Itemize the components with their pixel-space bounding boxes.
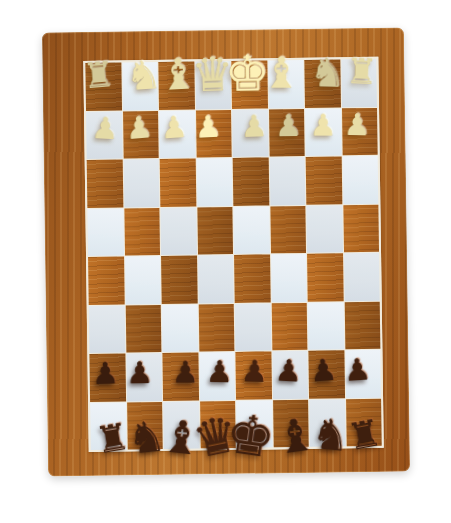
piece-white-pawn[interactable]: ♟ — [91, 113, 120, 144]
square-r3c3[interactable] — [160, 158, 196, 206]
piece-white-pawn[interactable]: ♟ — [309, 111, 336, 141]
square-r6c2[interactable] — [125, 304, 161, 352]
square-r7c7[interactable]: ♟ — [308, 350, 344, 398]
piece-white-pawn[interactable]: ♟ — [160, 112, 189, 144]
square-r4c4[interactable] — [197, 206, 233, 254]
square-r7c6[interactable]: ♟ — [272, 351, 308, 399]
square-r6c8[interactable] — [344, 301, 380, 349]
square-r4c6[interactable] — [270, 205, 306, 253]
piece-black-pawn[interactable]: ♟ — [240, 356, 268, 387]
square-r5c6[interactable] — [271, 254, 307, 302]
square-r8c6[interactable]: ♝ — [273, 399, 309, 447]
square-r7c1[interactable]: ♟ — [89, 353, 125, 401]
square-r2c5[interactable]: ♟ — [232, 109, 268, 157]
square-r5c2[interactable] — [125, 256, 161, 304]
piece-white-knight[interactable]: ♞ — [125, 54, 163, 96]
square-r1c1[interactable]: ♜ — [85, 62, 121, 110]
piece-white-pawn[interactable]: ♟ — [275, 111, 302, 141]
square-r4c7[interactable] — [306, 205, 342, 253]
square-r2c4[interactable]: ♟ — [196, 109, 232, 157]
square-r3c5[interactable] — [233, 157, 269, 205]
piece-black-pawn[interactable]: ♟ — [343, 354, 372, 386]
piece-white-pawn[interactable]: ♟ — [344, 110, 372, 141]
piece-white-pawn[interactable]: ♟ — [240, 111, 268, 142]
square-r7c2[interactable]: ♟ — [126, 353, 162, 401]
square-r5c5[interactable] — [234, 254, 270, 302]
piece-white-rook[interactable]: ♜ — [81, 57, 115, 95]
square-r5c4[interactable] — [198, 255, 234, 303]
square-r4c1[interactable] — [87, 208, 123, 256]
piece-white-rook[interactable]: ♜ — [345, 54, 378, 90]
piece-white-pawn[interactable]: ♟ — [125, 112, 154, 144]
chess-set-photo: ♜♞♝♛♚♝♞♜♟♟♟♟♟♟♟♟♟♟♟♟♟♟♟♟♜♞♝♛♚♝♞♜ — [0, 0, 451, 523]
square-r5c8[interactable] — [344, 253, 380, 301]
square-r3c7[interactable] — [306, 156, 342, 204]
square-r8c2[interactable]: ♞ — [127, 401, 163, 449]
piece-black-pawn[interactable]: ♟ — [92, 358, 120, 389]
piece-black-king[interactable]: ♚ — [223, 407, 279, 467]
square-r7c5[interactable]: ♟ — [235, 351, 271, 399]
piece-white-pawn[interactable]: ♟ — [194, 112, 222, 143]
piece-black-pawn[interactable]: ♟ — [206, 357, 234, 388]
square-r4c2[interactable] — [124, 207, 160, 255]
square-r3c8[interactable] — [342, 156, 378, 204]
square-r6c6[interactable] — [271, 302, 307, 350]
piece-black-pawn[interactable]: ♟ — [126, 358, 153, 388]
square-r2c8[interactable]: ♟ — [341, 107, 377, 155]
piece-black-rook[interactable]: ♜ — [345, 414, 385, 457]
square-r2c2[interactable]: ♟ — [123, 110, 159, 158]
square-r7c4[interactable]: ♟ — [199, 352, 235, 400]
square-r1c6[interactable]: ♝ — [268, 60, 304, 108]
square-r1c2[interactable]: ♞ — [122, 62, 158, 110]
square-r1c3[interactable]: ♝ — [158, 61, 194, 109]
square-r4c5[interactable] — [233, 206, 269, 254]
square-r4c3[interactable] — [160, 207, 196, 255]
square-r6c1[interactable] — [89, 305, 125, 353]
chess-board: ♜♞♝♛♚♝♞♜♟♟♟♟♟♟♟♟♟♟♟♟♟♟♟♟♜♞♝♛♚♝♞♜ — [83, 57, 383, 452]
piece-white-bishop[interactable]: ♝ — [262, 51, 301, 94]
square-r2c7[interactable]: ♟ — [305, 108, 341, 156]
square-r3c6[interactable] — [269, 157, 305, 205]
square-r8c1[interactable]: ♜ — [90, 402, 126, 450]
square-r8c7[interactable]: ♞ — [309, 399, 345, 447]
square-r3c4[interactable] — [196, 158, 232, 206]
square-r2c1[interactable]: ♟ — [86, 111, 122, 159]
square-r6c5[interactable] — [235, 303, 271, 351]
square-r5c3[interactable] — [161, 255, 197, 303]
square-r5c1[interactable] — [88, 256, 124, 304]
square-r6c3[interactable] — [162, 304, 198, 352]
square-r6c7[interactable] — [308, 302, 344, 350]
piece-black-pawn[interactable]: ♟ — [275, 355, 304, 386]
square-r6c4[interactable] — [198, 303, 234, 351]
square-r7c3[interactable]: ♟ — [162, 352, 198, 400]
square-r8c8[interactable]: ♜ — [346, 398, 382, 446]
square-r8c5[interactable]: ♚ — [236, 400, 272, 448]
wooden-board-frame: ♜♞♝♛♚♝♞♜♟♟♟♟♟♟♟♟♟♟♟♟♟♟♟♟♜♞♝♛♚♝♞♜ — [42, 27, 410, 476]
square-r1c7[interactable]: ♞ — [304, 59, 340, 107]
square-r7c8[interactable]: ♟ — [345, 350, 381, 398]
square-r5c7[interactable] — [307, 253, 343, 301]
piece-black-pawn[interactable]: ♟ — [309, 354, 338, 386]
square-r2c3[interactable]: ♟ — [159, 110, 195, 158]
square-r3c2[interactable] — [123, 159, 159, 207]
square-r3c1[interactable] — [87, 159, 123, 207]
piece-black-pawn[interactable]: ♟ — [172, 357, 199, 387]
square-r1c8[interactable]: ♜ — [341, 59, 377, 107]
square-r2c6[interactable]: ♟ — [269, 108, 305, 156]
square-r4c8[interactable] — [343, 204, 379, 252]
